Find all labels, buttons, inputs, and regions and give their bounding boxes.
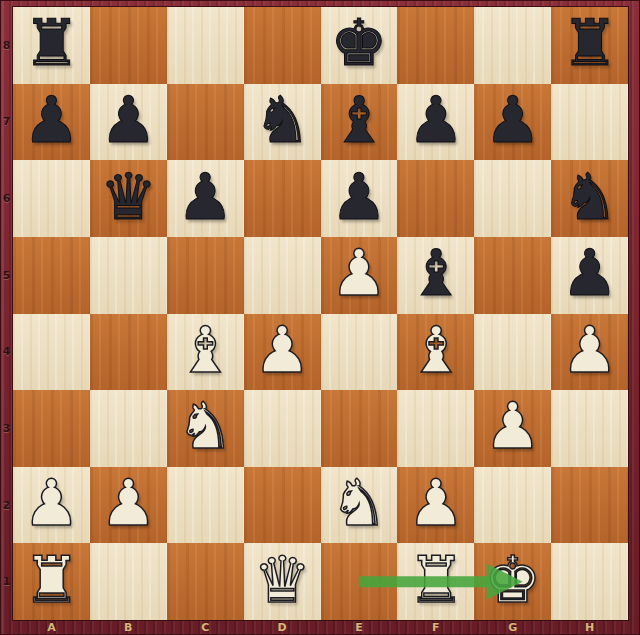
square-h1[interactable]: [551, 543, 628, 620]
square-a3[interactable]: [13, 390, 90, 467]
rank-label-4: 4: [0, 314, 13, 391]
piece-black-pawn[interactable]: ♟: [330, 165, 387, 229]
piece-white-pawn[interactable]: ♟: [100, 471, 157, 535]
square-h8[interactable]: ♜: [551, 7, 628, 84]
square-d5[interactable]: [244, 237, 321, 314]
rank-label-1: 1: [0, 543, 13, 620]
square-h2[interactable]: [551, 467, 628, 544]
piece-white-bishop[interactable]: ♝: [407, 318, 464, 382]
piece-white-knight[interactable]: ♞: [177, 394, 234, 458]
square-f8[interactable]: [397, 7, 474, 84]
square-b2[interactable]: ♟: [90, 467, 167, 544]
rank-label-7: 7: [0, 84, 13, 161]
square-d4[interactable]: ♟: [244, 314, 321, 391]
square-d2[interactable]: [244, 467, 321, 544]
square-h3[interactable]: [551, 390, 628, 467]
square-a2[interactable]: ♟: [13, 467, 90, 544]
square-f6[interactable]: [397, 160, 474, 237]
square-c2[interactable]: [167, 467, 244, 544]
file-label-h: H: [551, 620, 628, 635]
square-g5[interactable]: [474, 237, 551, 314]
piece-black-queen[interactable]: ♛: [100, 165, 157, 229]
file-label-e: E: [321, 620, 398, 635]
square-e8[interactable]: ♚: [321, 7, 398, 84]
square-a8[interactable]: ♜: [13, 7, 90, 84]
square-c8[interactable]: [167, 7, 244, 84]
square-a6[interactable]: [13, 160, 90, 237]
piece-black-knight[interactable]: ♞: [253, 88, 310, 152]
chess-board-frame: 87654321 ABCDEFGH ♜♚♜♟♟♞♝♟♟♛♟♟♞♟♝♟♝♟♝♟♞♟…: [0, 0, 640, 635]
square-f5[interactable]: ♝: [397, 237, 474, 314]
piece-white-king[interactable]: ♚: [484, 548, 541, 612]
square-h5[interactable]: ♟: [551, 237, 628, 314]
square-f1[interactable]: ♜: [397, 543, 474, 620]
square-b4[interactable]: [90, 314, 167, 391]
square-d8[interactable]: [244, 7, 321, 84]
piece-black-pawn[interactable]: ♟: [100, 88, 157, 152]
piece-black-pawn[interactable]: ♟: [23, 88, 80, 152]
file-label-c: C: [167, 620, 244, 635]
square-e5[interactable]: ♟: [321, 237, 398, 314]
square-a1[interactable]: ♜: [13, 543, 90, 620]
piece-black-pawn[interactable]: ♟: [177, 165, 234, 229]
rank-label-2: 2: [0, 467, 13, 544]
square-b7[interactable]: ♟: [90, 84, 167, 161]
square-g2[interactable]: [474, 467, 551, 544]
piece-white-queen[interactable]: ♛: [253, 548, 310, 612]
square-f3[interactable]: [397, 390, 474, 467]
file-labels: ABCDEFGH: [13, 620, 628, 635]
piece-black-rook[interactable]: ♜: [561, 11, 618, 75]
piece-black-knight[interactable]: ♞: [561, 165, 618, 229]
piece-white-rook[interactable]: ♜: [407, 548, 464, 612]
piece-black-king[interactable]: ♚: [330, 11, 387, 75]
chess-board[interactable]: ♜♚♜♟♟♞♝♟♟♛♟♟♞♟♝♟♝♟♝♟♞♟♟♟♞♟♜♛♜♚: [13, 7, 628, 620]
rank-label-5: 5: [0, 237, 13, 314]
piece-white-pawn[interactable]: ♟: [253, 318, 310, 382]
square-b1[interactable]: [90, 543, 167, 620]
square-a4[interactable]: [13, 314, 90, 391]
piece-white-pawn[interactable]: ♟: [330, 241, 387, 305]
square-g1[interactable]: ♚: [474, 543, 551, 620]
piece-white-pawn[interactable]: ♟: [561, 318, 618, 382]
square-d1[interactable]: ♛: [244, 543, 321, 620]
square-e3[interactable]: [321, 390, 398, 467]
piece-white-pawn[interactable]: ♟: [407, 471, 464, 535]
square-e2[interactable]: ♞: [321, 467, 398, 544]
square-e6[interactable]: ♟: [321, 160, 398, 237]
square-g8[interactable]: [474, 7, 551, 84]
square-e4[interactable]: [321, 314, 398, 391]
square-d7[interactable]: ♞: [244, 84, 321, 161]
square-h4[interactable]: ♟: [551, 314, 628, 391]
file-label-a: A: [13, 620, 90, 635]
square-c6[interactable]: ♟: [167, 160, 244, 237]
square-a7[interactable]: ♟: [13, 84, 90, 161]
square-g7[interactable]: ♟: [474, 84, 551, 161]
file-label-g: G: [474, 620, 551, 635]
rank-label-6: 6: [0, 160, 13, 237]
square-h7[interactable]: [551, 84, 628, 161]
square-d3[interactable]: [244, 390, 321, 467]
piece-black-pawn[interactable]: ♟: [484, 88, 541, 152]
piece-white-pawn[interactable]: ♟: [23, 471, 80, 535]
piece-black-pawn[interactable]: ♟: [407, 88, 464, 152]
piece-black-pawn[interactable]: ♟: [561, 241, 618, 305]
piece-black-bishop[interactable]: ♝: [330, 88, 387, 152]
square-g4[interactable]: [474, 314, 551, 391]
rank-labels: 87654321: [0, 7, 13, 620]
square-h6[interactable]: ♞: [551, 160, 628, 237]
piece-white-knight[interactable]: ♞: [330, 471, 387, 535]
square-c7[interactable]: [167, 84, 244, 161]
square-b5[interactable]: [90, 237, 167, 314]
square-f7[interactable]: ♟: [397, 84, 474, 161]
square-f4[interactable]: ♝: [397, 314, 474, 391]
file-label-d: D: [244, 620, 321, 635]
piece-black-rook[interactable]: ♜: [23, 11, 80, 75]
square-e1[interactable]: [321, 543, 398, 620]
piece-black-bishop[interactable]: ♝: [407, 241, 464, 305]
square-c4[interactable]: ♝: [167, 314, 244, 391]
rank-label-8: 8: [0, 7, 13, 84]
square-g6[interactable]: [474, 160, 551, 237]
square-b6[interactable]: ♛: [90, 160, 167, 237]
square-d6[interactable]: [244, 160, 321, 237]
file-label-b: B: [90, 620, 167, 635]
piece-white-rook[interactable]: ♜: [23, 548, 80, 612]
square-b8[interactable]: [90, 7, 167, 84]
square-f2[interactable]: ♟: [397, 467, 474, 544]
square-a5[interactable]: [13, 237, 90, 314]
rank-label-3: 3: [0, 390, 13, 467]
piece-white-pawn[interactable]: ♟: [484, 394, 541, 458]
file-label-f: F: [397, 620, 474, 635]
square-c5[interactable]: [167, 237, 244, 314]
square-e7[interactable]: ♝: [321, 84, 398, 161]
piece-white-bishop[interactable]: ♝: [177, 318, 234, 382]
square-g3[interactable]: ♟: [474, 390, 551, 467]
square-c3[interactable]: ♞: [167, 390, 244, 467]
square-c1[interactable]: [167, 543, 244, 620]
square-b3[interactable]: [90, 390, 167, 467]
